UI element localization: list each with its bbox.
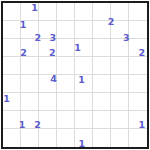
grid-cell[interactable]: [111, 21, 129, 39]
grid-cell[interactable]: [111, 129, 129, 147]
grid-cell[interactable]: [3, 21, 21, 39]
grid-cell[interactable]: [39, 75, 57, 93]
grid-cell[interactable]: [21, 111, 39, 129]
grid-cell[interactable]: [75, 93, 93, 111]
grid-cell[interactable]: [129, 57, 147, 75]
grid-cell[interactable]: [129, 93, 147, 111]
grid-cell[interactable]: [75, 57, 93, 75]
grid-cell[interactable]: [75, 129, 93, 147]
grid-cell[interactable]: [75, 39, 93, 57]
grid-cell[interactable]: [111, 57, 129, 75]
grid-cell[interactable]: [57, 111, 75, 129]
grid-cell[interactable]: [111, 93, 129, 111]
grid-cell[interactable]: [21, 57, 39, 75]
grid-cell[interactable]: [21, 21, 39, 39]
grid-cell[interactable]: [21, 129, 39, 147]
grid-cell[interactable]: [93, 129, 111, 147]
grid-cell[interactable]: [75, 21, 93, 39]
grid-cell[interactable]: [75, 3, 93, 21]
grid-cell[interactable]: [129, 75, 147, 93]
grid-cell[interactable]: [21, 3, 39, 21]
grid-cell[interactable]: [93, 3, 111, 21]
puzzle-board[interactable]: 11223322124111211: [1, 1, 149, 149]
grid-cell[interactable]: [57, 93, 75, 111]
grid-cell[interactable]: [39, 39, 57, 57]
grid-cell[interactable]: [75, 111, 93, 129]
grid-cell[interactable]: [57, 3, 75, 21]
grid-cell[interactable]: [75, 75, 93, 93]
grid-cell[interactable]: [39, 111, 57, 129]
grid-cell[interactable]: [93, 93, 111, 111]
grid-cell[interactable]: [129, 111, 147, 129]
grid-cell[interactable]: [93, 111, 111, 129]
grid-cell[interactable]: [3, 3, 21, 21]
board-grid: [3, 3, 147, 147]
grid-cell[interactable]: [93, 39, 111, 57]
grid-cell[interactable]: [3, 75, 21, 93]
grid-cell[interactable]: [39, 57, 57, 75]
grid-cell[interactable]: [111, 111, 129, 129]
grid-cell[interactable]: [3, 57, 21, 75]
grid-cell[interactable]: [129, 3, 147, 21]
grid-cell[interactable]: [129, 39, 147, 57]
grid-cell[interactable]: [111, 75, 129, 93]
grid-cell[interactable]: [39, 3, 57, 21]
grid-cell[interactable]: [129, 129, 147, 147]
grid-cell[interactable]: [111, 39, 129, 57]
grid-cell[interactable]: [93, 57, 111, 75]
grid-cell[interactable]: [3, 39, 21, 57]
grid-cell[interactable]: [39, 21, 57, 39]
grid-cell[interactable]: [3, 129, 21, 147]
grid-cell[interactable]: [21, 39, 39, 57]
grid-cell[interactable]: [39, 93, 57, 111]
grid-cell[interactable]: [57, 21, 75, 39]
grid-cell[interactable]: [93, 75, 111, 93]
grid-cell[interactable]: [57, 39, 75, 57]
grid-cell[interactable]: [57, 75, 75, 93]
grid-cell[interactable]: [3, 111, 21, 129]
grid-cell[interactable]: [21, 93, 39, 111]
grid-cell[interactable]: [3, 93, 21, 111]
grid-cell[interactable]: [93, 21, 111, 39]
grid-cell[interactable]: [39, 129, 57, 147]
grid-cell[interactable]: [57, 57, 75, 75]
grid-cell[interactable]: [57, 129, 75, 147]
grid-cell[interactable]: [111, 3, 129, 21]
grid-cell[interactable]: [129, 21, 147, 39]
grid-cell[interactable]: [21, 75, 39, 93]
